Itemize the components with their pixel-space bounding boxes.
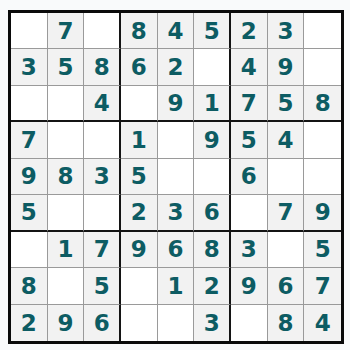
cell-r9c8: 8 xyxy=(268,305,305,341)
given-digit: 6 xyxy=(131,54,147,80)
cell-r3c4[interactable] xyxy=(121,86,158,122)
cell-r1c2: 7 xyxy=(48,13,85,49)
cell-r5c2: 8 xyxy=(48,159,85,195)
cell-r7c9: 5 xyxy=(304,232,341,268)
cell-r6c9: 9 xyxy=(304,195,341,231)
given-digit: 2 xyxy=(241,18,257,44)
given-digit: 9 xyxy=(21,163,37,189)
given-digit: 9 xyxy=(241,273,257,299)
cell-r1c9[interactable] xyxy=(304,13,341,49)
cell-r6c4: 2 xyxy=(121,195,158,231)
cell-r2c9[interactable] xyxy=(304,49,341,85)
cell-r7c8[interactable] xyxy=(268,232,305,268)
cell-r2c7: 4 xyxy=(231,49,268,85)
cell-r7c4: 9 xyxy=(121,232,158,268)
cell-r1c8: 3 xyxy=(268,13,305,49)
given-digit: 9 xyxy=(167,90,183,116)
given-digit: 3 xyxy=(21,54,37,80)
cell-r8c5: 1 xyxy=(158,268,195,304)
cell-r4c6: 9 xyxy=(194,122,231,158)
given-digit: 3 xyxy=(204,310,220,336)
cell-r4c3[interactable] xyxy=(84,122,121,158)
cell-r9c6: 3 xyxy=(194,305,231,341)
cell-r3c9: 8 xyxy=(304,86,341,122)
cell-r5c5[interactable] xyxy=(158,159,195,195)
cell-r8c3: 5 xyxy=(84,268,121,304)
given-digit: 9 xyxy=(204,127,220,153)
given-digit: 8 xyxy=(57,163,73,189)
cell-r4c7: 5 xyxy=(231,122,268,158)
given-digit: 4 xyxy=(277,127,293,153)
given-digit: 8 xyxy=(21,273,37,299)
cell-r2c8: 9 xyxy=(268,49,305,85)
cell-r1c7: 2 xyxy=(231,13,268,49)
given-digit: 9 xyxy=(57,310,73,336)
cell-r3c6: 1 xyxy=(194,86,231,122)
cell-r6c5: 3 xyxy=(158,195,195,231)
given-digit: 4 xyxy=(315,310,331,336)
sudoku-page: 7845233586249491758719549835652367917968… xyxy=(0,0,350,350)
given-digit: 5 xyxy=(57,54,73,80)
cell-r2c4: 6 xyxy=(121,49,158,85)
given-digit: 2 xyxy=(204,273,220,299)
given-digit: 7 xyxy=(277,199,293,225)
given-digit: 6 xyxy=(94,310,110,336)
cell-r8c7: 9 xyxy=(231,268,268,304)
cell-r3c1[interactable] xyxy=(11,86,48,122)
cell-r9c4[interactable] xyxy=(121,305,158,341)
given-digit: 8 xyxy=(131,18,147,44)
cell-r7c7: 3 xyxy=(231,232,268,268)
given-digit: 7 xyxy=(21,127,37,153)
cell-r9c3: 6 xyxy=(84,305,121,341)
cell-r4c5[interactable] xyxy=(158,122,195,158)
given-digit: 4 xyxy=(241,54,257,80)
cell-r8c9: 7 xyxy=(304,268,341,304)
cell-r5c1: 9 xyxy=(11,159,48,195)
cell-r8c6: 2 xyxy=(194,268,231,304)
given-digit: 6 xyxy=(204,199,220,225)
cell-r3c2[interactable] xyxy=(48,86,85,122)
cell-r6c7[interactable] xyxy=(231,195,268,231)
given-digit: 5 xyxy=(277,90,293,116)
cell-r6c2[interactable] xyxy=(48,195,85,231)
cell-r5c6[interactable] xyxy=(194,159,231,195)
given-digit: 1 xyxy=(204,90,220,116)
cell-r2c3: 8 xyxy=(84,49,121,85)
given-digit: 3 xyxy=(277,18,293,44)
cell-r5c8[interactable] xyxy=(268,159,305,195)
cell-r9c9: 4 xyxy=(304,305,341,341)
cell-r8c4[interactable] xyxy=(121,268,158,304)
cell-r2c2: 5 xyxy=(48,49,85,85)
cell-r6c1: 5 xyxy=(11,195,48,231)
cell-r1c4: 8 xyxy=(121,13,158,49)
given-digit: 7 xyxy=(315,273,331,299)
given-digit: 8 xyxy=(315,90,331,116)
cell-r3c5: 9 xyxy=(158,86,195,122)
given-digit: 8 xyxy=(204,236,220,262)
cell-r5c7: 6 xyxy=(231,159,268,195)
cell-r8c8: 6 xyxy=(268,268,305,304)
cell-r5c9[interactable] xyxy=(304,159,341,195)
cell-r4c4: 1 xyxy=(121,122,158,158)
cell-r8c1: 8 xyxy=(11,268,48,304)
given-digit: 8 xyxy=(277,310,293,336)
given-digit: 9 xyxy=(131,236,147,262)
given-digit: 6 xyxy=(241,163,257,189)
given-digit: 4 xyxy=(167,18,183,44)
given-digit: 5 xyxy=(131,163,147,189)
cell-r9c5[interactable] xyxy=(158,305,195,341)
cell-r2c6[interactable] xyxy=(194,49,231,85)
cell-r4c8: 4 xyxy=(268,122,305,158)
cell-r4c2[interactable] xyxy=(48,122,85,158)
cell-r3c7: 7 xyxy=(231,86,268,122)
cell-r6c3[interactable] xyxy=(84,195,121,231)
given-digit: 5 xyxy=(94,273,110,299)
cell-r8c2[interactable] xyxy=(48,268,85,304)
cell-r1c5: 4 xyxy=(158,13,195,49)
given-digit: 9 xyxy=(277,54,293,80)
cell-r1c1[interactable] xyxy=(11,13,48,49)
cell-r1c3[interactable] xyxy=(84,13,121,49)
given-digit: 5 xyxy=(315,236,331,262)
cell-r4c1: 7 xyxy=(11,122,48,158)
cell-r6c8: 7 xyxy=(268,195,305,231)
given-digit: 2 xyxy=(167,54,183,80)
cell-r3c8: 5 xyxy=(268,86,305,122)
cell-r7c6: 8 xyxy=(194,232,231,268)
given-digit: 7 xyxy=(94,236,110,262)
given-digit: 5 xyxy=(204,18,220,44)
given-digit: 5 xyxy=(21,199,37,225)
given-digit: 1 xyxy=(57,236,73,262)
cell-r7c3: 7 xyxy=(84,232,121,268)
given-digit: 6 xyxy=(167,236,183,262)
given-digit: 3 xyxy=(241,236,257,262)
cell-r7c5: 6 xyxy=(158,232,195,268)
given-digit: 1 xyxy=(167,273,183,299)
given-digit: 8 xyxy=(94,54,110,80)
given-digit: 1 xyxy=(131,127,147,153)
cell-r9c2: 9 xyxy=(48,305,85,341)
sudoku-board: 7845233586249491758719549835652367917968… xyxy=(8,10,344,344)
given-digit: 2 xyxy=(21,310,37,336)
given-digit: 2 xyxy=(131,199,147,225)
given-digit: 7 xyxy=(241,90,257,116)
given-digit: 3 xyxy=(94,163,110,189)
cell-r5c3: 3 xyxy=(84,159,121,195)
cell-r2c5: 2 xyxy=(158,49,195,85)
given-digit: 7 xyxy=(57,18,73,44)
cell-r6c6: 6 xyxy=(194,195,231,231)
cell-r7c1[interactable] xyxy=(11,232,48,268)
given-digit: 6 xyxy=(277,273,293,299)
cell-r1c6: 5 xyxy=(194,13,231,49)
cell-r2c1: 3 xyxy=(11,49,48,85)
cell-r5c4: 5 xyxy=(121,159,158,195)
given-digit: 4 xyxy=(94,90,110,116)
given-digit: 5 xyxy=(241,127,257,153)
cell-r9c7[interactable] xyxy=(231,305,268,341)
cell-r9c1: 2 xyxy=(11,305,48,341)
cell-r3c3: 4 xyxy=(84,86,121,122)
given-digit: 3 xyxy=(167,199,183,225)
cell-r7c2: 1 xyxy=(48,232,85,268)
given-digit: 9 xyxy=(315,199,331,225)
cell-r4c9[interactable] xyxy=(304,122,341,158)
